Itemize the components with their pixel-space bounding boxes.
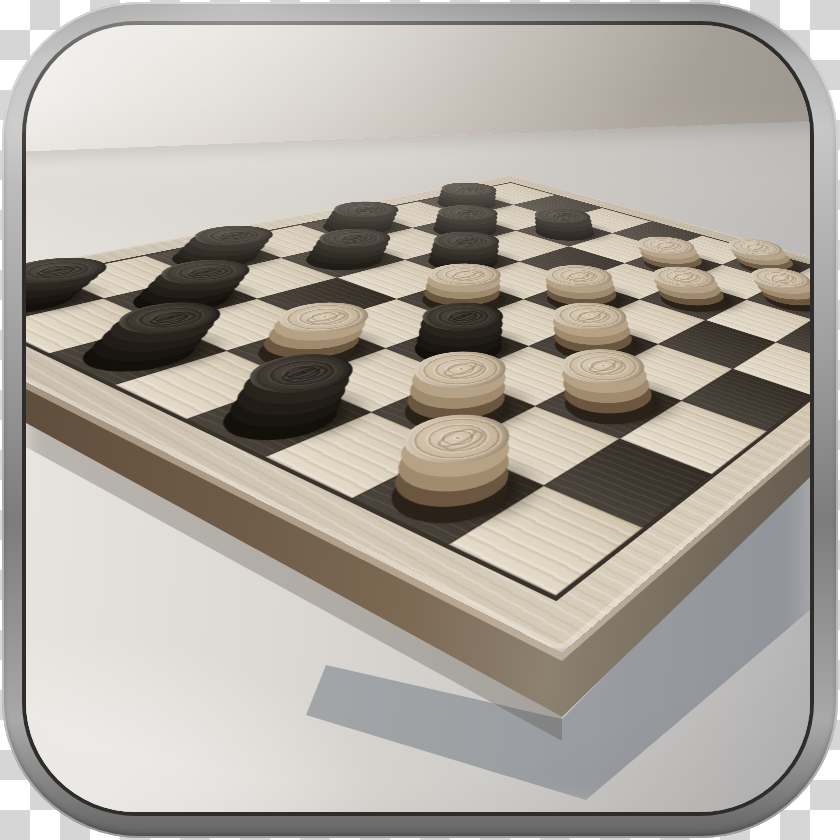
app-icon-screenshot: ⛂⛂⛂⛂⛂⛂⛂⛂⛂⛂⛀⛀⛂⛂⛀⛀⛀⛀⛀⛀⛀⛀⛀ [0, 0, 840, 840]
icon-gloss-highlight [2, 2, 838, 838]
checkers-app-icon[interactable]: ⛂⛂⛂⛂⛂⛂⛂⛂⛂⛂⛀⛀⛂⛂⛀⛀⛀⛀⛀⛀⛀⛀⛀ [2, 2, 838, 838]
